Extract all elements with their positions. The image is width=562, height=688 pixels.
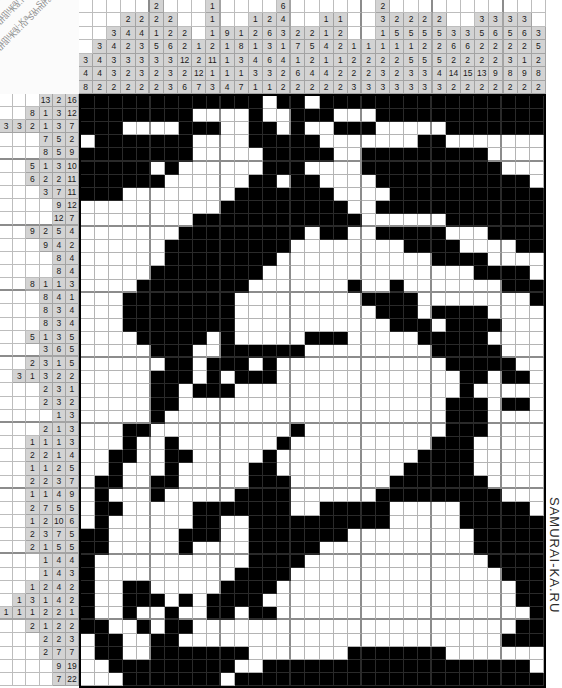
grid-cell[interactable] bbox=[95, 529, 109, 542]
grid-cell[interactable] bbox=[151, 450, 165, 463]
grid-cell[interactable] bbox=[418, 411, 432, 424]
grid-cell[interactable] bbox=[165, 647, 179, 660]
grid-cell[interactable] bbox=[207, 450, 221, 463]
grid-cell[interactable] bbox=[502, 319, 516, 332]
grid-cell[interactable] bbox=[390, 148, 404, 161]
grid-cell[interactable] bbox=[446, 476, 460, 489]
grid-cell[interactable] bbox=[488, 384, 502, 397]
grid-cell[interactable] bbox=[221, 437, 235, 450]
grid-cell[interactable] bbox=[418, 332, 432, 345]
grid-cell[interactable] bbox=[488, 476, 502, 489]
grid-cell[interactable] bbox=[179, 594, 193, 607]
grid-cell[interactable] bbox=[277, 266, 291, 279]
grid-cell[interactable] bbox=[207, 109, 221, 122]
grid-cell[interactable] bbox=[151, 358, 165, 371]
grid-cell[interactable] bbox=[277, 240, 291, 253]
grid-cell[interactable] bbox=[516, 148, 530, 161]
grid-cell[interactable] bbox=[249, 398, 263, 411]
grid-cell[interactable] bbox=[165, 319, 179, 332]
grid-cell[interactable] bbox=[320, 502, 334, 515]
grid-cell[interactable] bbox=[362, 371, 376, 384]
grid-cell[interactable] bbox=[291, 214, 305, 227]
grid-cell[interactable] bbox=[235, 371, 249, 384]
grid-cell[interactable] bbox=[516, 266, 530, 279]
grid-cell[interactable] bbox=[488, 437, 502, 450]
grid-cell[interactable] bbox=[418, 175, 432, 188]
grid-cell[interactable] bbox=[305, 96, 319, 109]
grid-cell[interactable] bbox=[151, 411, 165, 424]
grid-cell[interactable] bbox=[179, 476, 193, 489]
grid-cell[interactable] bbox=[432, 253, 446, 266]
grid-cell[interactable] bbox=[446, 529, 460, 542]
grid-cell[interactable] bbox=[488, 450, 502, 463]
grid-cell[interactable] bbox=[193, 122, 207, 135]
grid-cell[interactable] bbox=[446, 162, 460, 175]
grid-cell[interactable] bbox=[291, 109, 305, 122]
grid-cell[interactable] bbox=[81, 188, 95, 201]
grid-cell[interactable] bbox=[221, 148, 235, 161]
grid-cell[interactable] bbox=[193, 450, 207, 463]
grid-cell[interactable] bbox=[277, 424, 291, 437]
grid-cell[interactable] bbox=[390, 371, 404, 384]
grid-cell[interactable] bbox=[95, 594, 109, 607]
grid-cell[interactable] bbox=[404, 122, 418, 135]
grid-cell[interactable] bbox=[235, 594, 249, 607]
grid-cell[interactable] bbox=[460, 280, 474, 293]
grid-cell[interactable] bbox=[502, 162, 516, 175]
grid-cell[interactable] bbox=[516, 620, 530, 633]
grid-cell[interactable] bbox=[249, 411, 263, 424]
grid-cell[interactable] bbox=[305, 266, 319, 279]
grid-cell[interactable] bbox=[179, 634, 193, 647]
grid-cell[interactable] bbox=[516, 227, 530, 240]
grid-cell[interactable] bbox=[95, 660, 109, 673]
grid-cell[interactable] bbox=[291, 175, 305, 188]
grid-cell[interactable] bbox=[95, 109, 109, 122]
grid-cell[interactable] bbox=[348, 384, 362, 397]
grid-cell[interactable] bbox=[348, 594, 362, 607]
grid-cell[interactable] bbox=[390, 411, 404, 424]
grid-cell[interactable] bbox=[263, 489, 277, 502]
grid-cell[interactable] bbox=[123, 280, 137, 293]
grid-cell[interactable] bbox=[81, 634, 95, 647]
grid-cell[interactable] bbox=[109, 489, 123, 502]
grid-cell[interactable] bbox=[432, 411, 446, 424]
grid-cell[interactable] bbox=[362, 148, 376, 161]
grid-cell[interactable] bbox=[516, 660, 530, 673]
grid-cell[interactable] bbox=[390, 358, 404, 371]
grid-cell[interactable] bbox=[207, 306, 221, 319]
grid-cell[interactable] bbox=[193, 398, 207, 411]
grid-cell[interactable] bbox=[305, 450, 319, 463]
grid-cell[interactable] bbox=[432, 266, 446, 279]
grid-cell[interactable] bbox=[207, 148, 221, 161]
grid-cell[interactable] bbox=[263, 568, 277, 581]
grid-cell[interactable] bbox=[488, 371, 502, 384]
grid-cell[interactable] bbox=[95, 581, 109, 594]
grid-cell[interactable] bbox=[376, 319, 390, 332]
grid-cell[interactable] bbox=[348, 411, 362, 424]
grid-cell[interactable] bbox=[320, 555, 334, 568]
grid-cell[interactable] bbox=[81, 358, 95, 371]
grid-cell[interactable] bbox=[179, 673, 193, 686]
grid-cell[interactable] bbox=[165, 306, 179, 319]
grid-cell[interactable] bbox=[221, 673, 235, 686]
grid-cell[interactable] bbox=[474, 502, 488, 515]
grid-cell[interactable] bbox=[193, 529, 207, 542]
grid-cell[interactable] bbox=[474, 188, 488, 201]
grid-cell[interactable] bbox=[305, 463, 319, 476]
grid-cell[interactable] bbox=[137, 384, 151, 397]
grid-cell[interactable] bbox=[179, 489, 193, 502]
grid-cell[interactable] bbox=[418, 542, 432, 555]
grid-cell[interactable] bbox=[404, 568, 418, 581]
grid-cell[interactable] bbox=[488, 411, 502, 424]
grid-cell[interactable] bbox=[502, 620, 516, 633]
grid-cell[interactable] bbox=[320, 634, 334, 647]
grid-cell[interactable] bbox=[277, 135, 291, 148]
grid-cell[interactable] bbox=[530, 502, 544, 515]
grid-cell[interactable] bbox=[502, 371, 516, 384]
grid-cell[interactable] bbox=[376, 175, 390, 188]
grid-cell[interactable] bbox=[305, 647, 319, 660]
grid-cell[interactable] bbox=[249, 437, 263, 450]
grid-cell[interactable] bbox=[502, 502, 516, 515]
grid-cell[interactable] bbox=[376, 634, 390, 647]
grid-cell[interactable] bbox=[320, 581, 334, 594]
grid-cell[interactable] bbox=[305, 673, 319, 686]
grid-cell[interactable] bbox=[334, 529, 348, 542]
grid-cell[interactable] bbox=[137, 253, 151, 266]
grid-cell[interactable] bbox=[207, 424, 221, 437]
grid-cell[interactable] bbox=[418, 371, 432, 384]
grid-cell[interactable] bbox=[348, 280, 362, 293]
grid-cell[interactable] bbox=[305, 634, 319, 647]
grid-cell[interactable] bbox=[277, 109, 291, 122]
grid-cell[interactable] bbox=[516, 673, 530, 686]
grid-cell[interactable] bbox=[390, 594, 404, 607]
grid-cell[interactable] bbox=[334, 581, 348, 594]
grid-cell[interactable] bbox=[516, 502, 530, 515]
grid-cell[interactable] bbox=[179, 371, 193, 384]
grid-cell[interactable] bbox=[502, 109, 516, 122]
grid-cell[interactable] bbox=[502, 463, 516, 476]
grid-cell[interactable] bbox=[320, 293, 334, 306]
grid-cell[interactable] bbox=[376, 411, 390, 424]
grid-cell[interactable] bbox=[362, 266, 376, 279]
grid-cell[interactable] bbox=[277, 437, 291, 450]
grid-cell[interactable] bbox=[460, 594, 474, 607]
grid-cell[interactable] bbox=[263, 135, 277, 148]
grid-cell[interactable] bbox=[376, 358, 390, 371]
grid-cell[interactable] bbox=[123, 384, 137, 397]
grid-cell[interactable] bbox=[291, 148, 305, 161]
grid-cell[interactable] bbox=[502, 135, 516, 148]
grid-cell[interactable] bbox=[109, 620, 123, 633]
grid-cell[interactable] bbox=[362, 555, 376, 568]
grid-cell[interactable] bbox=[249, 240, 263, 253]
grid-cell[interactable] bbox=[320, 188, 334, 201]
grid-cell[interactable] bbox=[95, 319, 109, 332]
grid-cell[interactable] bbox=[502, 594, 516, 607]
grid-cell[interactable] bbox=[404, 293, 418, 306]
grid-cell[interactable] bbox=[277, 227, 291, 240]
grid-cell[interactable] bbox=[320, 332, 334, 345]
grid-cell[interactable] bbox=[334, 542, 348, 555]
grid-cell[interactable] bbox=[530, 332, 544, 345]
grid-cell[interactable] bbox=[81, 502, 95, 515]
grid-cell[interactable] bbox=[390, 332, 404, 345]
grid-cell[interactable] bbox=[235, 384, 249, 397]
grid-cell[interactable] bbox=[320, 135, 334, 148]
grid-cell[interactable] bbox=[502, 148, 516, 161]
grid-cell[interactable] bbox=[348, 319, 362, 332]
grid-cell[interactable] bbox=[376, 502, 390, 515]
grid-cell[interactable] bbox=[207, 660, 221, 673]
grid-cell[interactable] bbox=[151, 607, 165, 620]
grid-cell[interactable] bbox=[488, 280, 502, 293]
grid-cell[interactable] bbox=[348, 516, 362, 529]
grid-cell[interactable] bbox=[418, 529, 432, 542]
grid-cell[interactable] bbox=[179, 162, 193, 175]
grid-cell[interactable] bbox=[193, 148, 207, 161]
grid-cell[interactable] bbox=[376, 516, 390, 529]
grid-cell[interactable] bbox=[263, 109, 277, 122]
grid-cell[interactable] bbox=[376, 332, 390, 345]
grid-cell[interactable] bbox=[235, 266, 249, 279]
grid-cell[interactable] bbox=[123, 463, 137, 476]
grid-cell[interactable] bbox=[474, 607, 488, 620]
grid-cell[interactable] bbox=[291, 135, 305, 148]
grid-cell[interactable] bbox=[334, 502, 348, 515]
grid-cell[interactable] bbox=[474, 201, 488, 214]
grid-cell[interactable] bbox=[207, 398, 221, 411]
grid-cell[interactable] bbox=[460, 398, 474, 411]
grid-cell[interactable] bbox=[334, 398, 348, 411]
grid-cell[interactable] bbox=[530, 673, 544, 686]
grid-cell[interactable] bbox=[376, 437, 390, 450]
grid-cell[interactable] bbox=[474, 371, 488, 384]
grid-cell[interactable] bbox=[277, 581, 291, 594]
grid-cell[interactable] bbox=[516, 319, 530, 332]
grid-cell[interactable] bbox=[474, 398, 488, 411]
grid-cell[interactable] bbox=[235, 280, 249, 293]
grid-cell[interactable] bbox=[516, 398, 530, 411]
grid-cell[interactable] bbox=[109, 647, 123, 660]
grid-cell[interactable] bbox=[390, 581, 404, 594]
grid-cell[interactable] bbox=[460, 437, 474, 450]
grid-cell[interactable] bbox=[277, 175, 291, 188]
grid-cell[interactable] bbox=[474, 489, 488, 502]
grid-cell[interactable] bbox=[263, 96, 277, 109]
grid-cell[interactable] bbox=[193, 411, 207, 424]
grid-cell[interactable] bbox=[348, 476, 362, 489]
grid-cell[interactable] bbox=[334, 647, 348, 660]
grid-cell[interactable] bbox=[460, 463, 474, 476]
grid-cell[interactable] bbox=[221, 319, 235, 332]
grid-cell[interactable] bbox=[516, 542, 530, 555]
grid-cell[interactable] bbox=[123, 450, 137, 463]
grid-cell[interactable] bbox=[109, 371, 123, 384]
grid-cell[interactable] bbox=[418, 647, 432, 660]
grid-cell[interactable] bbox=[109, 542, 123, 555]
grid-cell[interactable] bbox=[263, 398, 277, 411]
grid-cell[interactable] bbox=[305, 437, 319, 450]
grid-cell[interactable] bbox=[516, 437, 530, 450]
grid-cell[interactable] bbox=[235, 227, 249, 240]
grid-cell[interactable] bbox=[123, 332, 137, 345]
grid-cell[interactable] bbox=[530, 450, 544, 463]
grid-cell[interactable] bbox=[488, 109, 502, 122]
grid-cell[interactable] bbox=[460, 568, 474, 581]
grid-cell[interactable] bbox=[320, 266, 334, 279]
grid-cell[interactable] bbox=[376, 122, 390, 135]
grid-cell[interactable] bbox=[291, 319, 305, 332]
grid-cell[interactable] bbox=[376, 594, 390, 607]
grid-cell[interactable] bbox=[137, 332, 151, 345]
grid-cell[interactable] bbox=[179, 647, 193, 660]
grid-cell[interactable] bbox=[95, 411, 109, 424]
grid-cell[interactable] bbox=[432, 620, 446, 633]
grid-cell[interactable] bbox=[530, 148, 544, 161]
grid-cell[interactable] bbox=[404, 384, 418, 397]
grid-cell[interactable] bbox=[305, 581, 319, 594]
grid-cell[interactable] bbox=[151, 122, 165, 135]
grid-cell[interactable] bbox=[235, 345, 249, 358]
grid-cell[interactable] bbox=[516, 516, 530, 529]
grid-cell[interactable] bbox=[446, 345, 460, 358]
grid-cell[interactable] bbox=[474, 122, 488, 135]
grid-cell[interactable] bbox=[165, 411, 179, 424]
grid-cell[interactable] bbox=[460, 240, 474, 253]
grid-cell[interactable] bbox=[291, 266, 305, 279]
grid-cell[interactable] bbox=[446, 188, 460, 201]
grid-cell[interactable] bbox=[137, 240, 151, 253]
grid-cell[interactable] bbox=[277, 306, 291, 319]
grid-cell[interactable] bbox=[291, 607, 305, 620]
grid-cell[interactable] bbox=[235, 673, 249, 686]
grid-cell[interactable] bbox=[123, 581, 137, 594]
grid-cell[interactable] bbox=[460, 384, 474, 397]
grid-cell[interactable] bbox=[277, 371, 291, 384]
grid-cell[interactable] bbox=[165, 122, 179, 135]
grid-cell[interactable] bbox=[404, 502, 418, 515]
grid-cell[interactable] bbox=[235, 240, 249, 253]
grid-cell[interactable] bbox=[165, 660, 179, 673]
grid-cell[interactable] bbox=[305, 306, 319, 319]
grid-cell[interactable] bbox=[165, 96, 179, 109]
grid-cell[interactable] bbox=[165, 594, 179, 607]
grid-cell[interactable] bbox=[263, 660, 277, 673]
grid-cell[interactable] bbox=[362, 594, 376, 607]
grid-cell[interactable] bbox=[165, 555, 179, 568]
grid-cell[interactable] bbox=[263, 594, 277, 607]
grid-cell[interactable] bbox=[418, 240, 432, 253]
grid-cell[interactable] bbox=[320, 398, 334, 411]
grid-cell[interactable] bbox=[432, 476, 446, 489]
grid-cell[interactable] bbox=[474, 568, 488, 581]
grid-cell[interactable] bbox=[179, 398, 193, 411]
grid-cell[interactable] bbox=[291, 280, 305, 293]
grid-cell[interactable] bbox=[418, 450, 432, 463]
grid-cell[interactable] bbox=[263, 358, 277, 371]
grid-cell[interactable] bbox=[221, 96, 235, 109]
grid-cell[interactable] bbox=[418, 293, 432, 306]
grid-cell[interactable] bbox=[109, 240, 123, 253]
grid-cell[interactable] bbox=[404, 227, 418, 240]
grid-cell[interactable] bbox=[221, 607, 235, 620]
grid-cell[interactable] bbox=[446, 214, 460, 227]
grid-cell[interactable] bbox=[446, 201, 460, 214]
grid-cell[interactable] bbox=[207, 529, 221, 542]
grid-cell[interactable] bbox=[334, 319, 348, 332]
grid-cell[interactable] bbox=[502, 227, 516, 240]
grid-cell[interactable] bbox=[502, 306, 516, 319]
grid-cell[interactable] bbox=[95, 502, 109, 515]
grid-cell[interactable] bbox=[516, 568, 530, 581]
grid-cell[interactable] bbox=[516, 594, 530, 607]
grid-cell[interactable] bbox=[460, 673, 474, 686]
grid-cell[interactable] bbox=[193, 542, 207, 555]
grid-cell[interactable] bbox=[502, 450, 516, 463]
grid-cell[interactable] bbox=[348, 371, 362, 384]
grid-cell[interactable] bbox=[221, 240, 235, 253]
grid-cell[interactable] bbox=[95, 162, 109, 175]
grid-cell[interactable] bbox=[376, 345, 390, 358]
grid-cell[interactable] bbox=[376, 489, 390, 502]
grid-cell[interactable] bbox=[263, 581, 277, 594]
grid-cell[interactable] bbox=[320, 489, 334, 502]
grid-cell[interactable] bbox=[418, 607, 432, 620]
grid-cell[interactable] bbox=[320, 214, 334, 227]
grid-cell[interactable] bbox=[221, 411, 235, 424]
grid-cell[interactable] bbox=[334, 516, 348, 529]
grid-cell[interactable] bbox=[123, 634, 137, 647]
grid-cell[interactable] bbox=[320, 280, 334, 293]
grid-cell[interactable] bbox=[95, 398, 109, 411]
grid-cell[interactable] bbox=[334, 227, 348, 240]
grid-cell[interactable] bbox=[179, 214, 193, 227]
grid-cell[interactable] bbox=[165, 109, 179, 122]
grid-cell[interactable] bbox=[362, 332, 376, 345]
grid-cell[interactable] bbox=[81, 175, 95, 188]
grid-cell[interactable] bbox=[165, 529, 179, 542]
grid-cell[interactable] bbox=[530, 384, 544, 397]
grid-cell[interactable] bbox=[179, 568, 193, 581]
grid-cell[interactable] bbox=[165, 332, 179, 345]
grid-cell[interactable] bbox=[179, 581, 193, 594]
grid-cell[interactable] bbox=[207, 293, 221, 306]
grid-cell[interactable] bbox=[277, 673, 291, 686]
grid-cell[interactable] bbox=[348, 555, 362, 568]
grid-cell[interactable] bbox=[404, 398, 418, 411]
grid-cell[interactable] bbox=[334, 135, 348, 148]
grid-cell[interactable] bbox=[446, 555, 460, 568]
grid-cell[interactable] bbox=[418, 319, 432, 332]
grid-cell[interactable] bbox=[334, 122, 348, 135]
grid-cell[interactable] bbox=[404, 253, 418, 266]
grid-cell[interactable] bbox=[137, 542, 151, 555]
grid-cell[interactable] bbox=[221, 660, 235, 673]
grid-cell[interactable] bbox=[488, 240, 502, 253]
grid-cell[interactable] bbox=[530, 240, 544, 253]
grid-cell[interactable] bbox=[320, 384, 334, 397]
grid-cell[interactable] bbox=[193, 555, 207, 568]
grid-cell[interactable] bbox=[249, 568, 263, 581]
grid-cell[interactable] bbox=[137, 371, 151, 384]
grid-cell[interactable] bbox=[530, 463, 544, 476]
grid-cell[interactable] bbox=[446, 450, 460, 463]
